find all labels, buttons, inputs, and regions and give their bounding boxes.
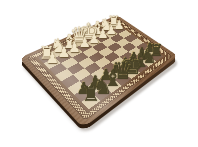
chess-board (19, 15, 178, 128)
chess-set-photo: ♜♞♝♛♚♝♞♜♟♟♟♟♟♟♟♟♟♟♟♟♟♟♟♟♜♞♝♛♚♝♞♜ (0, 0, 198, 147)
playing-grid (38, 22, 163, 109)
